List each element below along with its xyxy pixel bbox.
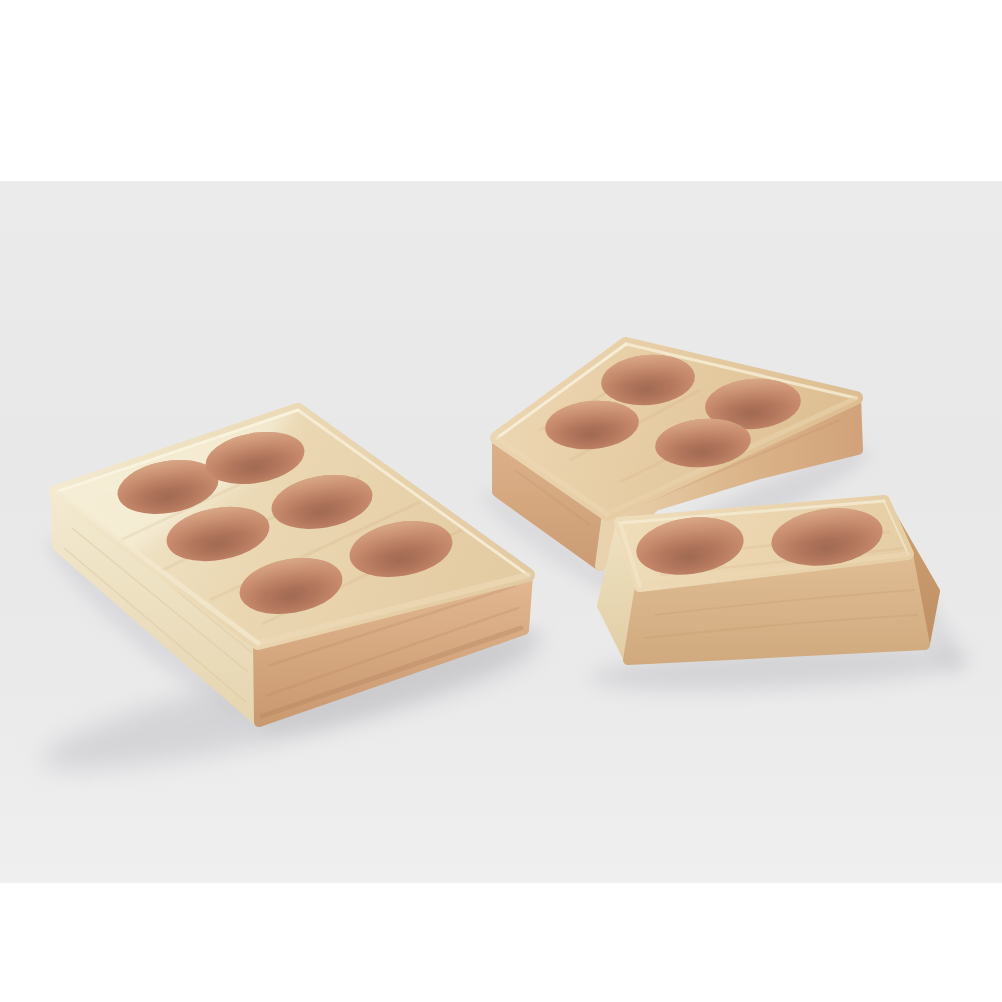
product-photo: Three beech wood display trays with roun…: [0, 0, 1002, 1002]
two-hole-tray: [601, 501, 936, 660]
photo-background: Three beech wood display trays with roun…: [0, 181, 1002, 883]
scene-svg: Three beech wood display trays with roun…: [0, 181, 1002, 883]
